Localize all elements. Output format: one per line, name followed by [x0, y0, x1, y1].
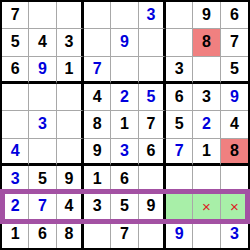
cell-r5c5[interactable]: 1: [111, 111, 138, 138]
cell-r3c1[interactable]: 6: [2, 57, 29, 84]
sudoku-grid: 7396543987691735425639381752449367183591…: [0, 0, 250, 250]
cell-r2c2[interactable]: 4: [29, 29, 56, 56]
cell-r9c5[interactable]: 7: [111, 221, 138, 248]
cell-r8c2[interactable]: 7: [29, 193, 56, 220]
cell-r1c3[interactable]: [57, 2, 84, 29]
cell-r3c2[interactable]: 9: [29, 57, 56, 84]
cell-r5c6[interactable]: 7: [139, 111, 166, 138]
cell-r1c4[interactable]: [84, 2, 111, 29]
cell-r1c8[interactable]: 9: [193, 2, 220, 29]
cell-r7c2[interactable]: 5: [29, 166, 56, 193]
cell-r5c8[interactable]: 2: [193, 111, 220, 138]
cell-r9c2[interactable]: 6: [29, 221, 56, 248]
cell-r3c4[interactable]: 7: [84, 57, 111, 84]
cell-r4c7[interactable]: 6: [166, 84, 193, 111]
cell-r2c9[interactable]: 7: [221, 29, 248, 56]
cell-r3c5[interactable]: [111, 57, 138, 84]
cell-r5c4[interactable]: 8: [84, 111, 111, 138]
cell-r6c1[interactable]: 4: [2, 139, 29, 166]
cell-r2c3[interactable]: 3: [57, 29, 84, 56]
cell-r9c7[interactable]: 9: [166, 221, 193, 248]
excluded-candidate-x-icon-r8c9[interactable]: ×: [221, 193, 248, 220]
cell-r3c8[interactable]: [193, 57, 220, 84]
cell-r5c3[interactable]: [57, 111, 84, 138]
cell-r8c3[interactable]: 4: [57, 193, 84, 220]
cell-r5c1[interactable]: [2, 111, 29, 138]
cell-r5c9[interactable]: 4: [221, 111, 248, 138]
cell-r6c3[interactable]: [57, 139, 84, 166]
cell-r6c6[interactable]: 6: [139, 139, 166, 166]
cell-r9c1[interactable]: 1: [2, 221, 29, 248]
cell-r2c8[interactable]: 8: [193, 29, 220, 56]
cell-r1c5[interactable]: [111, 2, 138, 29]
cell-r4c5[interactable]: 2: [111, 84, 138, 111]
cell-r1c9[interactable]: 6: [221, 2, 248, 29]
cell-r7c7[interactable]: [166, 166, 193, 193]
cell-r2c1[interactable]: 5: [2, 29, 29, 56]
cell-r1c1[interactable]: 7: [2, 2, 29, 29]
cell-r9c6[interactable]: [139, 221, 166, 248]
cell-r9c8[interactable]: [193, 221, 220, 248]
sudoku-board: 7396543987691735425639381752449367183591…: [0, 0, 250, 250]
cell-r6c8[interactable]: 1: [193, 139, 220, 166]
cell-r8c6[interactable]: 9: [139, 193, 166, 220]
cell-r1c7[interactable]: [166, 2, 193, 29]
cell-r9c4[interactable]: [84, 221, 111, 248]
cell-r7c1[interactable]: 3: [2, 166, 29, 193]
cell-r7c6[interactable]: [139, 166, 166, 193]
cell-r4c6[interactable]: 5: [139, 84, 166, 111]
cell-r6c2[interactable]: [29, 139, 56, 166]
cell-r2c5[interactable]: 9: [111, 29, 138, 56]
cell-r1c2[interactable]: [29, 2, 56, 29]
cell-r6c7[interactable]: 7: [166, 139, 193, 166]
cell-r3c9[interactable]: 5: [221, 57, 248, 84]
cell-r5c7[interactable]: 5: [166, 111, 193, 138]
cell-r8c5[interactable]: 5: [111, 193, 138, 220]
cell-r9c9[interactable]: 3: [221, 221, 248, 248]
cell-r4c1[interactable]: [2, 84, 29, 111]
cell-r3c3[interactable]: 1: [57, 57, 84, 84]
cell-r4c8[interactable]: 3: [193, 84, 220, 111]
cell-r7c4[interactable]: 1: [84, 166, 111, 193]
cell-r7c5[interactable]: 6: [111, 166, 138, 193]
cell-r4c3[interactable]: [57, 84, 84, 111]
cell-r6c5[interactable]: 3: [111, 139, 138, 166]
cell-r2c7[interactable]: [166, 29, 193, 56]
cell-r3c7[interactable]: 3: [166, 57, 193, 84]
cell-r2c6[interactable]: [139, 29, 166, 56]
cell-r7c3[interactable]: 9: [57, 166, 84, 193]
cell-r8c4[interactable]: 3: [84, 193, 111, 220]
cell-r4c4[interactable]: 4: [84, 84, 111, 111]
cell-r7c8[interactable]: [193, 166, 220, 193]
excluded-candidate-x-icon-r8c8[interactable]: ×: [193, 193, 220, 220]
cell-r8c7[interactable]: [166, 193, 193, 220]
cell-r2c4[interactable]: [84, 29, 111, 56]
cell-r4c9[interactable]: 9: [221, 84, 248, 111]
cell-r1c6[interactable]: 3: [139, 2, 166, 29]
cell-r8c1[interactable]: 2: [2, 193, 29, 220]
cell-r6c9[interactable]: 8: [221, 139, 248, 166]
cell-r7c9[interactable]: [221, 166, 248, 193]
cell-r9c3[interactable]: 8: [57, 221, 84, 248]
cell-r4c2[interactable]: [29, 84, 56, 111]
cell-r6c4[interactable]: 9: [84, 139, 111, 166]
cell-r5c2[interactable]: 3: [29, 111, 56, 138]
cell-r3c6[interactable]: [139, 57, 166, 84]
